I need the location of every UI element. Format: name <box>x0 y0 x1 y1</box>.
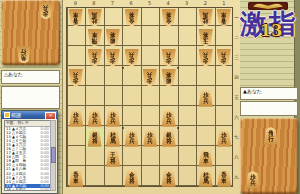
sente-piece-歩兵[interactable]: 歩兵 <box>68 109 84 127</box>
piece-kanji: 行 <box>268 136 274 142</box>
file-coordinates: 987654321 <box>66 0 233 7</box>
sente-piece-王将[interactable]: 王将 <box>105 149 121 167</box>
piece-kanji: 玉 <box>203 38 209 44</box>
piece-kanji: 兵 <box>166 52 172 58</box>
gote-piece-歩兵[interactable]: 歩兵 <box>68 69 84 87</box>
file-label: 8 <box>85 0 104 7</box>
piece-kanji: 歩 <box>166 58 172 64</box>
sente-time-box <box>240 101 298 116</box>
sente-piece-歩兵[interactable]: 歩兵 <box>105 109 121 127</box>
board-panel: 987654321 一二三四五六七八九 香車桂馬金将金将桂馬香車飛車銀将玉将歩兵… <box>62 0 240 194</box>
gote-piece-歩兵[interactable]: 歩兵 <box>161 49 177 67</box>
star-point <box>177 127 179 129</box>
kifu-move-list[interactable]: 手数 指し手 11 ▲４六歩0:0012 △６四歩0:0013 ▲４七銀0:00… <box>4 120 51 191</box>
sente-piece-歩兵[interactable]: 歩兵 <box>161 109 177 127</box>
file-label: 1 <box>215 0 234 7</box>
piece-kanji: 兵 <box>110 118 116 124</box>
piece-kanji: 金 <box>129 18 135 24</box>
sente-piece-歩兵[interactable]: 歩兵 <box>124 129 140 147</box>
gote-piece-歩兵[interactable]: 歩兵 <box>87 49 103 67</box>
sente-piece-歩兵[interactable]: 歩兵 <box>87 109 103 127</box>
piece-kanji: 香 <box>221 18 227 24</box>
close-icon[interactable]: × <box>45 112 56 120</box>
rank-label: 五 <box>233 87 240 107</box>
kifu-scrollbar-thumb[interactable] <box>51 147 56 163</box>
piece-kanji: 歩 <box>147 78 153 84</box>
kifu-move-text: 26 △９四歩 <box>6 188 26 191</box>
file-label: 9 <box>66 0 85 7</box>
gote-komadai[interactable]: 歩兵角行 <box>1 0 60 65</box>
kifu-titlebar[interactable]: 棋譜 × <box>2 111 57 119</box>
piece-kanji: 将 <box>110 158 116 164</box>
sente-piece-歩兵[interactable]: 歩兵 <box>198 89 214 107</box>
piece-kanji: 将 <box>129 178 135 184</box>
star-point <box>122 127 124 129</box>
gote-piece-桂馬[interactable]: 桂馬 <box>87 9 103 27</box>
piece-kanji: 桂 <box>203 18 209 24</box>
piece-kanji: 兵 <box>221 138 227 144</box>
kifu-move-row[interactable]: 26 △９四歩0:00 <box>5 188 50 191</box>
kifu-window: 棋譜 × 手数 指し手 11 ▲４六歩0:0012 △６四歩0:0013 ▲４七… <box>1 110 58 194</box>
piece-kanji: 歩 <box>203 58 209 64</box>
piece-kanji: 歩 <box>73 78 79 84</box>
gekisashi-logo: 激 指 13 <box>239 1 298 63</box>
piece-kanji: 将 <box>129 12 135 18</box>
file-label: 4 <box>159 0 178 7</box>
kifu-scrollbar[interactable] <box>50 120 56 191</box>
gote-piece-角行[interactable]: 角行 <box>16 46 32 64</box>
rank-label: 九 <box>233 167 240 187</box>
piece-kanji: 兵 <box>129 52 135 58</box>
piece-kanji: 将 <box>166 138 172 144</box>
gote-piece-金将[interactable]: 金将 <box>161 9 177 27</box>
gote-time-box <box>1 86 60 109</box>
piece-kanji: 歩 <box>110 58 116 64</box>
piece-kanji: 将 <box>166 72 172 78</box>
gote-piece-飛車[interactable]: 飛車 <box>87 29 103 47</box>
piece-kanji: 車 <box>221 12 227 18</box>
piece-kanji: 銀 <box>110 38 116 44</box>
sente-piece-歩兵[interactable]: 歩兵 <box>142 129 158 147</box>
piece-kanji: 馬 <box>92 12 98 18</box>
piece-kanji: 銀 <box>166 78 172 84</box>
rank-label: 七 <box>233 127 240 147</box>
sente-piece-金将[interactable]: 金将 <box>161 169 177 187</box>
gote-piece-銀将[interactable]: 銀将 <box>161 69 177 87</box>
sente-player-label: ▲あなた <box>240 87 298 100</box>
gote-piece-歩兵[interactable]: 歩兵 <box>124 49 140 67</box>
gote-piece-香車[interactable]: 香車 <box>68 9 84 27</box>
gote-piece-玉将[interactable]: 玉将 <box>198 29 214 47</box>
file-label: 3 <box>177 0 196 7</box>
sente-piece-桂馬[interactable]: 桂馬 <box>105 129 121 147</box>
sente-piece-歩兵[interactable]: 歩兵 <box>245 171 261 189</box>
piece-kanji: 行 <box>21 49 27 55</box>
piece-kanji: 兵 <box>92 52 98 58</box>
piece-kanji: 飛 <box>92 38 98 44</box>
piece-kanji: 歩 <box>221 58 227 64</box>
gote-piece-金将[interactable]: 金将 <box>124 9 140 27</box>
rank-label: 六 <box>233 107 240 127</box>
piece-kanji: 兵 <box>250 180 256 186</box>
piece-kanji: 車 <box>73 178 79 184</box>
sente-komadai[interactable]: 角行歩兵 <box>240 118 298 194</box>
gote-player-label: △あなた <box>1 70 60 84</box>
piece-kanji: 馬 <box>203 12 209 18</box>
gote-piece-銀将[interactable]: 銀将 <box>105 29 121 47</box>
piece-kanji: 兵 <box>147 72 153 78</box>
gote-piece-歩兵[interactable]: 歩兵 <box>105 49 121 67</box>
kifu-window-title: 棋譜 <box>11 111 21 119</box>
gote-piece-歩兵[interactable]: 歩兵 <box>142 69 158 87</box>
piece-kanji: 歩 <box>129 58 135 64</box>
piece-kanji: 兵 <box>110 52 116 58</box>
piece-kanji: 将 <box>203 32 209 38</box>
app-window: 歩兵角行 △あなた 987654321 一二三四五六七八九 香車桂馬金将金将桂馬… <box>0 0 300 194</box>
star-point <box>177 67 179 69</box>
rank-label: 八 <box>233 147 240 167</box>
piece-kanji: 兵 <box>221 52 227 58</box>
gote-piece-歩兵[interactable]: 歩兵 <box>198 49 214 67</box>
piece-kanji: 兵 <box>203 98 209 104</box>
piece-kanji: 将 <box>166 178 172 184</box>
piece-kanji: 兵 <box>147 138 153 144</box>
logo-version-number: 13 <box>260 21 282 40</box>
sente-piece-銀将[interactable]: 銀将 <box>161 129 177 147</box>
file-label: 6 <box>122 0 141 7</box>
file-label: 7 <box>103 0 122 7</box>
gote-piece-桂馬[interactable]: 桂馬 <box>198 9 214 27</box>
piece-kanji: 車 <box>203 158 209 164</box>
piece-kanji: 馬 <box>203 178 209 184</box>
piece-kanji: 歩 <box>92 58 98 64</box>
kifu-window-icon <box>4 112 10 118</box>
kifu-move-time: 0:00 <box>40 188 50 191</box>
gote-piece-香車[interactable]: 香車 <box>216 9 232 27</box>
rank-label: 四 <box>233 67 240 87</box>
piece-kanji: 車 <box>73 12 79 18</box>
piece-kanji: 兵 <box>129 138 135 144</box>
file-label: 2 <box>196 0 215 7</box>
sente-piece-香車[interactable]: 香車 <box>216 169 232 187</box>
piece-kanji: 車 <box>92 32 98 38</box>
piece-kanji: 兵 <box>43 5 49 11</box>
piece-kanji: 香 <box>73 18 79 24</box>
piece-kanji: 兵 <box>73 72 79 78</box>
piece-kanji: 将 <box>92 138 98 144</box>
shogi-board[interactable]: 香車桂馬金将金将桂馬香車飛車銀将玉将歩兵歩兵歩兵歩兵歩兵歩兵歩兵歩兵銀将歩兵歩兵… <box>66 7 233 187</box>
star-point <box>122 67 124 69</box>
piece-kanji: 将 <box>166 12 172 18</box>
piece-kanji: 金 <box>166 18 172 24</box>
file-label: 5 <box>140 0 159 7</box>
piece-kanji: 馬 <box>110 138 116 144</box>
gote-piece-歩兵[interactable]: 歩兵 <box>38 2 54 20</box>
piece-kanji: 将 <box>110 32 116 38</box>
piece-kanji: 桂 <box>92 18 98 24</box>
piece-kanji: 兵 <box>73 118 79 124</box>
sente-piece-金将[interactable]: 金将 <box>124 169 140 187</box>
piece-kanji: 兵 <box>203 52 209 58</box>
piece-kanji: 兵 <box>166 118 172 124</box>
sente-piece-歩兵[interactable]: 歩兵 <box>216 129 232 147</box>
sente-piece-飛車[interactable]: 飛車 <box>198 149 214 167</box>
piece-kanji: 車 <box>221 178 227 184</box>
gote-piece-歩兵[interactable]: 歩兵 <box>216 49 232 67</box>
piece-kanji: 兵 <box>92 118 98 124</box>
sente-piece-桂馬[interactable]: 桂馬 <box>198 169 214 187</box>
sente-piece-角行[interactable]: 角行 <box>263 127 279 145</box>
sente-piece-香車[interactable]: 香車 <box>68 169 84 187</box>
